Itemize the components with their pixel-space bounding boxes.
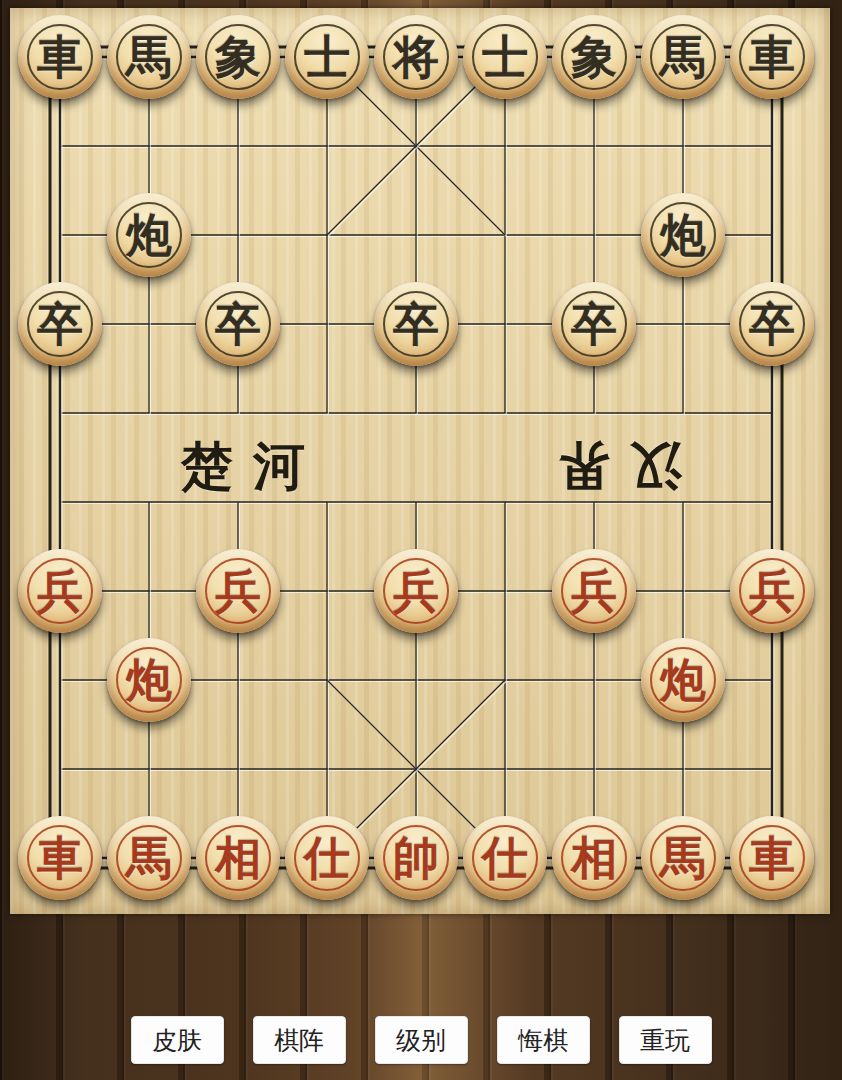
piece-red-advisor[interactable]: 仕 <box>463 816 547 900</box>
piece-black-horse[interactable]: 馬 <box>641 15 725 99</box>
piece-glyph: 車 <box>749 34 795 80</box>
piece-red-cannon[interactable]: 炮 <box>107 638 191 722</box>
piece-red-soldier[interactable]: 兵 <box>552 549 636 633</box>
xiangqi-app: 楚河 汉界 車馬象士将士象馬車炮炮卒卒卒卒卒兵兵兵兵兵炮炮車馬相仕帥仕相馬車 皮… <box>0 0 842 1080</box>
piece-black-cannon[interactable]: 炮 <box>107 193 191 277</box>
piece-black-soldier[interactable]: 卒 <box>374 282 458 366</box>
piece-red-cannon[interactable]: 炮 <box>641 638 725 722</box>
piece-glyph: 士 <box>482 34 528 80</box>
piece-black-soldier[interactable]: 卒 <box>552 282 636 366</box>
button-formation[interactable]: 棋阵 <box>253 1016 346 1064</box>
board-grid-lines <box>10 8 830 914</box>
piece-glyph: 卒 <box>215 301 261 347</box>
piece-glyph: 象 <box>215 34 261 80</box>
piece-glyph: 相 <box>215 835 261 881</box>
piece-red-chariot[interactable]: 車 <box>18 816 102 900</box>
piece-glyph: 馬 <box>126 34 172 80</box>
piece-glyph: 兵 <box>749 568 795 614</box>
piece-black-general[interactable]: 将 <box>374 15 458 99</box>
piece-black-elephant[interactable]: 象 <box>552 15 636 99</box>
piece-glyph: 車 <box>37 835 83 881</box>
piece-glyph: 卒 <box>37 301 83 347</box>
piece-glyph: 兵 <box>215 568 261 614</box>
piece-red-horse[interactable]: 馬 <box>107 816 191 900</box>
piece-glyph: 卒 <box>749 301 795 347</box>
piece-glyph: 兵 <box>393 568 439 614</box>
river-label-han-jie: 汉界 <box>538 440 682 492</box>
piece-red-horse[interactable]: 馬 <box>641 816 725 900</box>
piece-glyph: 仕 <box>482 835 528 881</box>
piece-glyph: 兵 <box>571 568 617 614</box>
piece-glyph: 馬 <box>660 835 706 881</box>
piece-red-soldier[interactable]: 兵 <box>730 549 814 633</box>
piece-red-advisor[interactable]: 仕 <box>285 816 369 900</box>
piece-black-chariot[interactable]: 車 <box>730 15 814 99</box>
piece-glyph: 炮 <box>126 657 172 703</box>
piece-glyph: 象 <box>571 34 617 80</box>
piece-glyph: 卒 <box>393 301 439 347</box>
piece-glyph: 馬 <box>660 34 706 80</box>
piece-red-soldier[interactable]: 兵 <box>374 549 458 633</box>
piece-glyph: 兵 <box>37 568 83 614</box>
piece-glyph: 仕 <box>304 835 350 881</box>
button-level[interactable]: 级别 <box>375 1016 468 1064</box>
piece-black-soldier[interactable]: 卒 <box>18 282 102 366</box>
piece-glyph: 炮 <box>126 212 172 258</box>
piece-black-soldier[interactable]: 卒 <box>730 282 814 366</box>
button-skin[interactable]: 皮肤 <box>131 1016 224 1064</box>
piece-black-advisor[interactable]: 士 <box>463 15 547 99</box>
piece-glyph: 馬 <box>126 835 172 881</box>
piece-red-soldier[interactable]: 兵 <box>18 549 102 633</box>
piece-red-chariot[interactable]: 車 <box>730 816 814 900</box>
piece-red-elephant[interactable]: 相 <box>552 816 636 900</box>
piece-black-elephant[interactable]: 象 <box>196 15 280 99</box>
piece-black-soldier[interactable]: 卒 <box>196 282 280 366</box>
button-replay[interactable]: 重玩 <box>619 1016 712 1064</box>
river-label-chu-he: 楚河 <box>181 440 325 492</box>
piece-black-horse[interactable]: 馬 <box>107 15 191 99</box>
piece-red-general[interactable]: 帥 <box>374 816 458 900</box>
piece-glyph: 相 <box>571 835 617 881</box>
piece-glyph: 炮 <box>660 657 706 703</box>
button-undo[interactable]: 悔棋 <box>497 1016 590 1064</box>
piece-black-advisor[interactable]: 士 <box>285 15 369 99</box>
piece-glyph: 帥 <box>393 835 439 881</box>
piece-red-elephant[interactable]: 相 <box>196 816 280 900</box>
piece-glyph: 士 <box>304 34 350 80</box>
piece-glyph: 車 <box>749 835 795 881</box>
piece-glyph: 卒 <box>571 301 617 347</box>
piece-glyph: 炮 <box>660 212 706 258</box>
xiangqi-board: 楚河 汉界 車馬象士将士象馬車炮炮卒卒卒卒卒兵兵兵兵兵炮炮車馬相仕帥仕相馬車 <box>10 8 830 914</box>
piece-black-chariot[interactable]: 車 <box>18 15 102 99</box>
piece-glyph: 将 <box>393 34 439 80</box>
piece-red-soldier[interactable]: 兵 <box>196 549 280 633</box>
piece-glyph: 車 <box>37 34 83 80</box>
toolbar: 皮肤棋阵级别悔棋重玩 <box>0 1016 842 1064</box>
piece-black-cannon[interactable]: 炮 <box>641 193 725 277</box>
